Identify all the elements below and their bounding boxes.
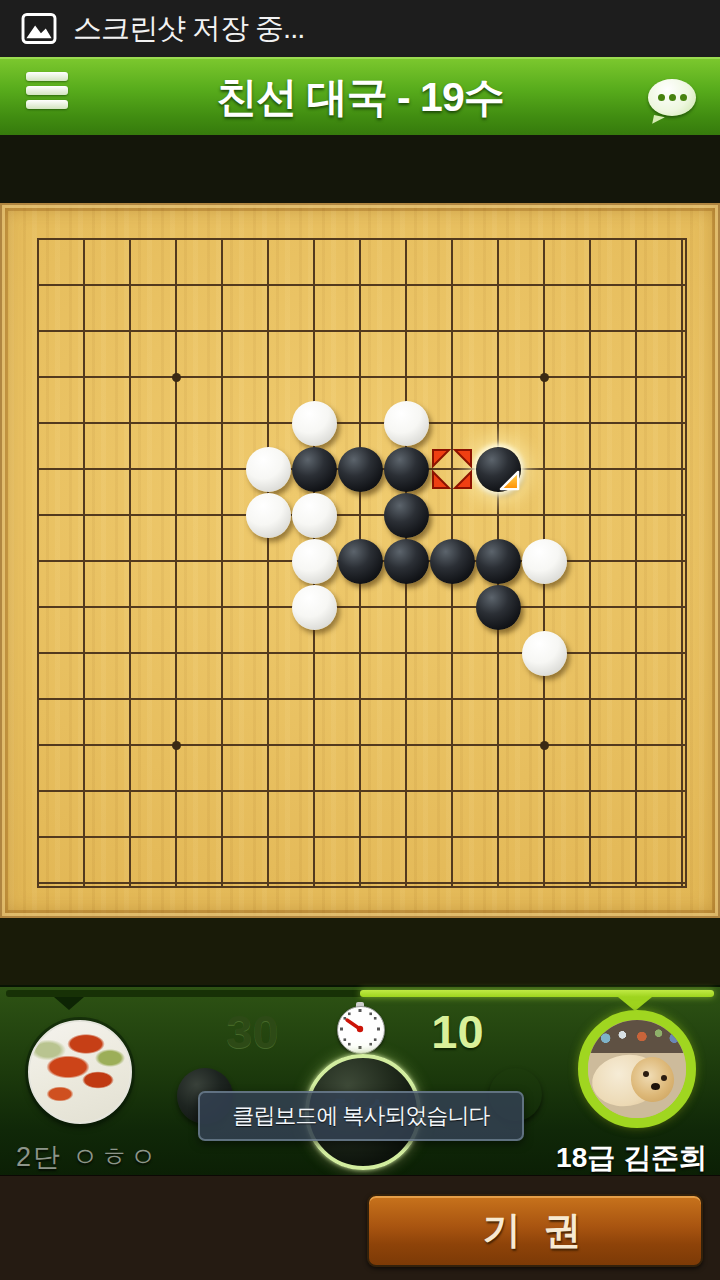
white-stone <box>384 401 429 446</box>
chat-bubble-icon <box>648 79 696 116</box>
bottom-spacer <box>0 918 720 985</box>
header-bar: 친선 대국 - 19수 <box>0 57 720 136</box>
black-stone <box>476 539 521 584</box>
top-spacer <box>0 135 720 203</box>
white-stone <box>292 539 337 584</box>
black-stone <box>338 447 383 492</box>
white-stone <box>246 493 291 538</box>
white-stone <box>292 493 337 538</box>
toast-text: 클립보드에 복사되었습니다 <box>232 1101 489 1131</box>
white-stone <box>292 585 337 630</box>
right-player-avatar[interactable] <box>578 1010 696 1128</box>
resign-label: 기 권 <box>483 1205 588 1256</box>
black-stone <box>292 447 337 492</box>
black-stone <box>476 447 521 492</box>
white-stone <box>246 447 291 492</box>
left-player-avatar[interactable] <box>28 1020 132 1124</box>
stopwatch-icon <box>337 1006 383 1052</box>
player-panel: 30 10 2단 ㅇㅎㅇ <box>0 985 720 1177</box>
toast-message: 클립보드에 복사되었습니다 <box>198 1091 524 1141</box>
black-stone <box>430 539 475 584</box>
right-avatar-photo <box>588 1020 686 1118</box>
status-text: 스크린샷 저장 중... <box>73 9 304 49</box>
black-stone <box>384 493 429 538</box>
left-player-notch <box>54 997 84 1010</box>
omok-app: 스크린샷 저장 중... 친선 대국 - 19수 30 <box>0 0 720 1280</box>
page-title: 친선 대국 - 19수 <box>0 70 720 125</box>
bottom-bar: 기 권 <box>0 1175 720 1280</box>
resign-button[interactable]: 기 권 <box>367 1194 703 1267</box>
left-player-label: 2단 ㅇㅎㅇ <box>16 1139 159 1175</box>
last-move-marker <box>498 469 521 492</box>
image-icon <box>21 13 57 44</box>
chat-button[interactable] <box>648 79 698 121</box>
stones-grid <box>15 216 705 906</box>
right-player-notch <box>618 997 652 1011</box>
right-player-label: 18급 김준희 <box>556 1139 707 1177</box>
left-timer: 30 <box>200 1004 305 1059</box>
white-stone <box>292 401 337 446</box>
white-stone <box>522 631 567 676</box>
black-stone <box>384 447 429 492</box>
forbidden-point-marker <box>429 446 475 492</box>
status-bar: 스크린샷 저장 중... <box>0 0 720 57</box>
left-avatar-photo <box>30 1022 130 1122</box>
black-stone <box>384 539 429 584</box>
turn-progress-fill <box>360 990 714 997</box>
black-stone <box>338 539 383 584</box>
game-board[interactable] <box>0 203 720 918</box>
black-stone <box>476 585 521 630</box>
turn-progress-bar <box>6 990 714 997</box>
white-stone <box>522 539 567 584</box>
right-timer: 10 <box>405 1004 510 1059</box>
